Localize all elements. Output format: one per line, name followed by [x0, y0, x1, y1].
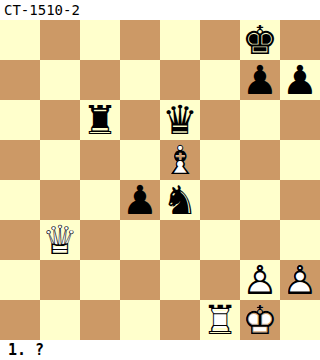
piece-white-bishop-outline: ♗: [160, 140, 200, 180]
piece-white-rook[interactable]: ♜♖: [200, 300, 240, 340]
square-c7[interactable]: [80, 60, 120, 100]
piece-white-queen-outline: ♕: [40, 220, 80, 260]
piece-black-queen[interactable]: ♛: [160, 100, 200, 140]
square-b4[interactable]: [40, 180, 80, 220]
square-a8[interactable]: [0, 20, 40, 60]
square-e3[interactable]: [160, 220, 200, 260]
chess-board: ♚♟♟♜♛♝♗♟♞♛♕♟♙♟♙♜♖♚♔: [0, 20, 320, 340]
square-h5[interactable]: [280, 140, 320, 180]
square-h2[interactable]: ♟♙: [280, 260, 320, 300]
square-f1[interactable]: ♜♖: [200, 300, 240, 340]
square-c1[interactable]: [80, 300, 120, 340]
square-e2[interactable]: [160, 260, 200, 300]
square-e4[interactable]: ♞: [160, 180, 200, 220]
piece-black-pawn[interactable]: ♟: [240, 60, 280, 100]
square-d8[interactable]: [120, 20, 160, 60]
piece-black-pawn[interactable]: ♟: [280, 60, 320, 100]
piece-white-king-outline: ♔: [240, 300, 280, 340]
square-d5[interactable]: [120, 140, 160, 180]
square-c3[interactable]: [80, 220, 120, 260]
square-a3[interactable]: [0, 220, 40, 260]
square-a6[interactable]: [0, 100, 40, 140]
square-g1[interactable]: ♚♔: [240, 300, 280, 340]
piece-black-pawn[interactable]: ♟: [120, 180, 160, 220]
square-g7[interactable]: ♟: [240, 60, 280, 100]
piece-black-knight[interactable]: ♞: [160, 180, 200, 220]
piece-black-king[interactable]: ♚: [240, 20, 280, 60]
square-e5[interactable]: ♝♗: [160, 140, 200, 180]
square-f5[interactable]: [200, 140, 240, 180]
square-h1[interactable]: [280, 300, 320, 340]
square-b5[interactable]: [40, 140, 80, 180]
piece-white-bishop[interactable]: ♝♗: [160, 140, 200, 180]
piece-white-king[interactable]: ♚♔: [240, 300, 280, 340]
piece-black-rook[interactable]: ♜: [80, 100, 120, 140]
square-h7[interactable]: ♟: [280, 60, 320, 100]
square-c5[interactable]: [80, 140, 120, 180]
move-prompt: 1. ?: [0, 340, 320, 360]
square-g5[interactable]: [240, 140, 280, 180]
square-h4[interactable]: [280, 180, 320, 220]
square-f8[interactable]: [200, 20, 240, 60]
piece-white-rook-outline: ♖: [200, 300, 240, 340]
square-e7[interactable]: [160, 60, 200, 100]
square-c6[interactable]: ♜: [80, 100, 120, 140]
square-g4[interactable]: [240, 180, 280, 220]
square-e6[interactable]: ♛: [160, 100, 200, 140]
square-f6[interactable]: [200, 100, 240, 140]
piece-white-pawn-outline: ♙: [240, 260, 280, 300]
square-b8[interactable]: [40, 20, 80, 60]
square-c2[interactable]: [80, 260, 120, 300]
square-b3[interactable]: ♛♕: [40, 220, 80, 260]
square-g8[interactable]: ♚: [240, 20, 280, 60]
square-c8[interactable]: [80, 20, 120, 60]
square-b1[interactable]: [40, 300, 80, 340]
square-a5[interactable]: [0, 140, 40, 180]
square-b6[interactable]: [40, 100, 80, 140]
square-d4[interactable]: ♟: [120, 180, 160, 220]
square-b7[interactable]: [40, 60, 80, 100]
square-f7[interactable]: [200, 60, 240, 100]
square-f4[interactable]: [200, 180, 240, 220]
square-g3[interactable]: [240, 220, 280, 260]
square-d2[interactable]: [120, 260, 160, 300]
square-d6[interactable]: [120, 100, 160, 140]
square-g2[interactable]: ♟♙: [240, 260, 280, 300]
square-d1[interactable]: [120, 300, 160, 340]
square-b2[interactable]: [40, 260, 80, 300]
chess-puzzle-page: CT-1510-2 ♚♟♟♜♛♝♗♟♞♛♕♟♙♟♙♜♖♚♔ 1. ?: [0, 0, 320, 360]
piece-white-pawn-outline: ♙: [280, 260, 320, 300]
square-e1[interactable]: [160, 300, 200, 340]
piece-white-pawn[interactable]: ♟♙: [280, 260, 320, 300]
square-h6[interactable]: [280, 100, 320, 140]
square-h8[interactable]: [280, 20, 320, 60]
square-c4[interactable]: [80, 180, 120, 220]
square-a7[interactable]: [0, 60, 40, 100]
square-d3[interactable]: [120, 220, 160, 260]
square-f3[interactable]: [200, 220, 240, 260]
square-e8[interactable]: [160, 20, 200, 60]
square-a2[interactable]: [0, 260, 40, 300]
square-g6[interactable]: [240, 100, 280, 140]
square-f2[interactable]: [200, 260, 240, 300]
piece-white-pawn[interactable]: ♟♙: [240, 260, 280, 300]
square-d7[interactable]: [120, 60, 160, 100]
piece-white-queen[interactable]: ♛♕: [40, 220, 80, 260]
square-a1[interactable]: [0, 300, 40, 340]
square-h3[interactable]: [280, 220, 320, 260]
square-a4[interactable]: [0, 180, 40, 220]
